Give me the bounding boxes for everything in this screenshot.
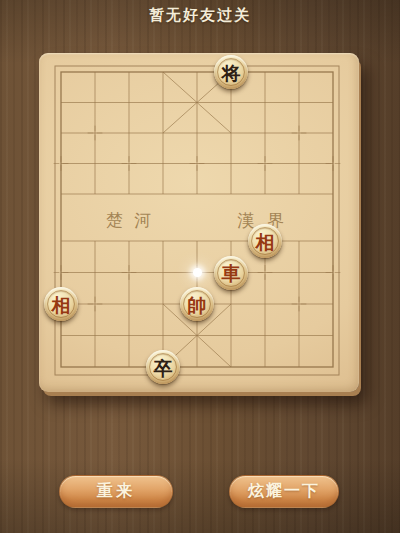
piece-red-elephant-right[interactable]: 相 [248, 224, 282, 258]
piece-char: 将 [222, 63, 241, 82]
piece-char: 帥 [188, 295, 207, 314]
xiangqi-board[interactable]: 楚河 漢界 将 相 車 帥 相 卒 [39, 53, 359, 392]
piece-red-chariot[interactable]: 車 [214, 256, 248, 290]
piece-char: 相 [256, 232, 275, 251]
page-title: 暂无好友过关 [0, 6, 400, 25]
highlight-dot [193, 268, 202, 277]
piece-char: 卒 [154, 358, 173, 377]
piece-grid: 将 相 車 帥 相 卒 [44, 57, 350, 383]
piece-char: 車 [222, 264, 241, 283]
show-off-button[interactable]: 炫耀一下 [229, 475, 339, 508]
game-screen: 暂无好友过关 [0, 0, 400, 533]
restart-button[interactable]: 重来 [59, 475, 173, 508]
piece-char: 相 [52, 295, 71, 314]
piece-red-general[interactable]: 帥 [180, 287, 214, 321]
piece-black-soldier[interactable]: 卒 [146, 350, 180, 384]
piece-red-elephant-left[interactable]: 相 [44, 287, 78, 321]
piece-black-general[interactable]: 将 [214, 55, 248, 89]
